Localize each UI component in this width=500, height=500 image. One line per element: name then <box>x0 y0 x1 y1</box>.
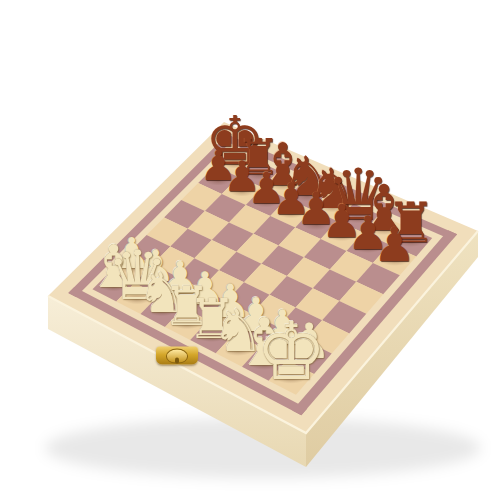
clasp-pin <box>175 358 179 364</box>
chess-set-photo: ♚♜♝♞♞♛♝♜♟♟♟♟♟♟♟♟♟♟♟♟♟♟♟♟♝♛♞♜♜♞♝♚ <box>0 0 500 500</box>
brass-clasp <box>156 347 198 365</box>
chess-board <box>0 0 500 500</box>
